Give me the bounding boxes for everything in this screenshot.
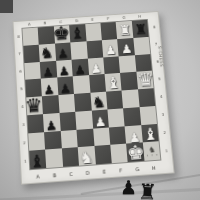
square-c1[interactable] [62, 147, 79, 166]
square-g7[interactable] [117, 38, 134, 56]
square-e2[interactable] [93, 127, 111, 146]
square-c8[interactable] [54, 25, 71, 43]
square-h3[interactable] [139, 106, 157, 125]
square-g3[interactable] [123, 107, 141, 126]
square-d3[interactable] [75, 110, 92, 129]
file-label: D [79, 168, 96, 177]
square-g2[interactable] [125, 125, 143, 144]
square-g8[interactable] [116, 21, 133, 39]
square-b1[interactable] [45, 149, 62, 168]
rank-label: 2 [161, 123, 169, 142]
square-c4[interactable] [58, 94, 75, 113]
square-d4[interactable] [74, 93, 91, 112]
square-e6[interactable] [87, 57, 104, 75]
square-g4[interactable] [122, 89, 139, 108]
square-f8[interactable] [100, 22, 117, 40]
square-d5[interactable] [73, 75, 90, 94]
square-h4[interactable] [138, 88, 156, 107]
file-label: B [46, 171, 63, 180]
file-label: G [129, 165, 146, 174]
square-b8[interactable] [38, 26, 55, 44]
square-g5[interactable] [120, 72, 137, 91]
square-a5[interactable] [25, 79, 42, 98]
chess-board-mat: ABCDEFGH ABCDEFGH 87654321 87654321 S-CH… [12, 11, 174, 185]
square-e5[interactable] [89, 74, 106, 93]
square-g1[interactable] [126, 143, 144, 162]
square-d8[interactable] [69, 24, 86, 42]
square-f4[interactable] [106, 90, 123, 109]
square-a7[interactable] [23, 44, 40, 62]
square-b4[interactable] [42, 95, 59, 114]
square-f6[interactable] [103, 56, 120, 74]
square-h6[interactable] [134, 54, 151, 72]
square-a3[interactable] [27, 114, 44, 133]
square-d1[interactable] [78, 146, 96, 165]
photo-scene: ABCDEFGH ABCDEFGH 87654321 87654321 S-CH… [0, 0, 200, 200]
rank-label: 5 [156, 70, 164, 88]
square-h8[interactable] [131, 20, 148, 38]
file-label: E [96, 167, 113, 176]
file-label: C [63, 170, 80, 179]
logo-dots: • • • [147, 154, 159, 158]
chess-board: ♞ • • • ♚♝♜♜♞♟♟♟♟♟♟♟♟♟♝♛♛♞♟♟♟♝♝♞♚ [21, 19, 161, 170]
square-e7[interactable] [86, 40, 103, 58]
square-b6[interactable] [40, 60, 57, 78]
square-h2[interactable] [141, 124, 159, 143]
square-f7[interactable] [102, 39, 119, 57]
square-f5[interactable] [104, 73, 121, 92]
square-c6[interactable] [56, 59, 73, 77]
square-a1[interactable] [29, 150, 46, 169]
square-e1[interactable] [94, 145, 112, 164]
square-f2[interactable] [109, 126, 127, 145]
square-b7[interactable] [39, 43, 56, 61]
file-label: F [112, 166, 129, 175]
square-f3[interactable] [107, 108, 124, 127]
square-d6[interactable] [72, 58, 89, 76]
dark-corner-patch [0, 0, 13, 13]
square-a6[interactable] [24, 62, 41, 80]
file-label: H [145, 163, 162, 172]
board-brand-text: S-CHESS [157, 46, 164, 67]
square-c3[interactable] [59, 112, 76, 131]
square-g6[interactable] [119, 55, 136, 73]
square-e3[interactable] [91, 109, 108, 128]
square-h5[interactable] [136, 71, 153, 90]
square-h7[interactable] [133, 37, 150, 55]
rank-label: 8 [151, 18, 158, 35]
square-e4[interactable] [90, 92, 107, 111]
square-f1[interactable] [110, 144, 128, 163]
square-e8[interactable] [85, 23, 102, 41]
square-c2[interactable] [60, 129, 77, 148]
square-a4[interactable] [26, 96, 43, 115]
square-b3[interactable] [43, 113, 60, 132]
captured-black-rook[interactable]: ♜ [137, 182, 157, 200]
square-a8[interactable] [22, 28, 39, 46]
square-d7[interactable] [70, 41, 87, 59]
rank-label: 3 [159, 105, 167, 123]
file-label: A [29, 172, 46, 181]
square-d2[interactable] [77, 128, 94, 147]
square-b2[interactable] [44, 131, 61, 150]
square-b5[interactable] [41, 78, 58, 97]
rank-label: 4 [157, 88, 165, 106]
captured-black-pawn[interactable]: ♟ [120, 178, 137, 197]
board-logo-emblem: ♞ • • • [143, 142, 161, 162]
square-c7[interactable] [55, 42, 72, 60]
rank-label: 1 [163, 141, 171, 160]
square-a2[interactable] [28, 132, 45, 151]
square-c5[interactable] [57, 77, 74, 96]
